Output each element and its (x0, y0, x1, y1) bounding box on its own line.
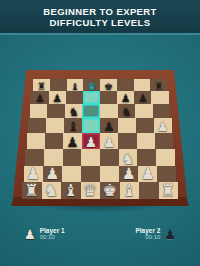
black-pawn[interactable]: ♟ (103, 121, 115, 133)
square-f4[interactable] (118, 133, 136, 149)
square-h7[interactable] (151, 91, 168, 104)
square-g4[interactable] (137, 133, 155, 149)
white-rook[interactable]: ♜ (161, 183, 176, 199)
square-f8[interactable] (117, 79, 134, 91)
black-rook[interactable]: ♜ (154, 82, 163, 92)
square-a6[interactable] (30, 104, 48, 118)
square-e7[interactable] (100, 91, 117, 104)
square-g8[interactable] (134, 79, 151, 91)
square-f5[interactable] (118, 118, 136, 133)
square-f1[interactable]: ♝ (120, 182, 140, 199)
square-d5[interactable] (82, 118, 100, 133)
black-pawn[interactable]: ♟ (138, 94, 148, 104)
banner-line-1: BEGINNER TO EXPERT (43, 6, 157, 17)
white-rook[interactable]: ♜ (24, 183, 39, 199)
square-a7[interactable]: ♟ (31, 91, 48, 104)
white-pawn[interactable]: ♟ (45, 167, 59, 182)
black-pawn[interactable]: ♟ (35, 94, 45, 104)
white-bishop[interactable]: ♝ (122, 183, 137, 199)
square-e3[interactable] (100, 149, 119, 166)
square-f7[interactable]: ♟ (117, 91, 134, 104)
difficulty-banner: BEGINNER TO EXPERT DIFFICULTY LEVELS (0, 0, 200, 35)
square-c3[interactable] (63, 149, 82, 166)
square-f6[interactable]: ♞ (118, 104, 136, 118)
banner-line-2: DIFFICULTY LEVELS (50, 17, 151, 28)
square-h2[interactable] (157, 166, 176, 182)
square-b6[interactable] (47, 104, 65, 118)
white-king[interactable]: ♚ (102, 183, 117, 199)
square-c5[interactable]: ♝ (64, 118, 82, 133)
white-bishop[interactable]: ♝ (63, 183, 78, 199)
square-c4[interactable]: ♟ (63, 133, 81, 149)
square-h1[interactable]: ♜ (159, 182, 179, 199)
white-pawn[interactable]: ♟ (157, 121, 169, 133)
white-pawn[interactable]: ♟ (141, 167, 155, 182)
black-pawn[interactable]: ♟ (121, 94, 131, 104)
square-b8[interactable] (50, 79, 67, 91)
player-1-name: Player 1 (40, 227, 65, 234)
square-d4[interactable]: ♟ (82, 133, 100, 149)
square-e5[interactable]: ♟ (100, 118, 118, 133)
player-2-name: Player 2 (135, 227, 160, 234)
square-c6[interactable]: ♞ (65, 104, 83, 118)
black-king[interactable]: ♚ (104, 82, 113, 92)
square-h3[interactable] (156, 149, 175, 166)
black-knight[interactable]: ♞ (68, 107, 79, 118)
square-e1[interactable]: ♚ (100, 182, 120, 199)
square-b5[interactable] (46, 118, 64, 133)
square-c8[interactable]: ♝ (67, 79, 84, 91)
black-pawn[interactable]: ♟ (52, 94, 62, 104)
white-pawn[interactable]: ♟ (85, 136, 97, 149)
white-pawn[interactable]: ♟ (26, 167, 40, 182)
square-d3[interactable] (81, 149, 100, 166)
player-2-info: Player 2 00:10 ♟ (135, 227, 176, 241)
chess-app-screen: BEGINNER TO EXPERT DIFFICULTY LEVELS ♜♝♛… (0, 0, 200, 266)
white-pawn[interactable]: ♟ (122, 167, 136, 182)
black-knight[interactable]: ♞ (121, 107, 132, 118)
black-bishop[interactable]: ♝ (67, 121, 79, 133)
square-c7[interactable] (66, 91, 83, 104)
black-queen[interactable]: ♛ (87, 82, 96, 92)
square-e4[interactable]: ♟ (100, 133, 118, 149)
player-2-clock: 00:10 (135, 234, 160, 241)
square-e6[interactable] (100, 104, 118, 118)
square-b7[interactable]: ♟ (49, 91, 66, 104)
black-bishop[interactable]: ♝ (70, 82, 79, 92)
white-pawn[interactable]: ♟ (103, 136, 115, 149)
square-a5[interactable] (28, 118, 46, 133)
black-pawn-icon: ♟ (164, 228, 176, 241)
black-pawn[interactable]: ♟ (66, 136, 78, 149)
black-rook[interactable]: ♜ (37, 82, 46, 92)
square-d6[interactable] (82, 104, 100, 118)
square-c2[interactable] (62, 166, 81, 182)
square-d8[interactable]: ♛ (83, 79, 100, 91)
square-g2[interactable]: ♟ (138, 166, 157, 182)
square-e2[interactable] (100, 166, 119, 182)
square-a8[interactable]: ♜ (33, 79, 50, 91)
square-g1[interactable] (139, 182, 159, 199)
square-g6[interactable] (135, 104, 153, 118)
square-a1[interactable]: ♜ (22, 182, 42, 199)
square-d2[interactable] (81, 166, 100, 182)
square-b2[interactable]: ♟ (43, 166, 62, 182)
square-e8[interactable]: ♚ (100, 79, 117, 91)
square-h4[interactable] (155, 133, 173, 149)
square-g5[interactable] (136, 118, 154, 133)
white-knight[interactable]: ♞ (44, 183, 59, 199)
square-a2[interactable]: ♟ (24, 166, 43, 182)
square-f2[interactable]: ♟ (119, 166, 138, 182)
square-h8[interactable]: ♜ (150, 79, 167, 91)
square-b1[interactable]: ♞ (42, 182, 62, 199)
player-1-info: ♟ Player 1 00:10 (24, 227, 65, 241)
white-pawn-icon: ♟ (24, 228, 36, 241)
white-queen[interactable]: ♛ (83, 183, 98, 199)
player-bar: ♟ Player 1 00:10 Player 2 00:10 ♟ (0, 221, 200, 247)
square-g7[interactable]: ♟ (134, 91, 151, 104)
player-1-clock: 00:10 (40, 234, 65, 241)
square-c1[interactable]: ♝ (61, 182, 81, 199)
square-d1[interactable]: ♛ (81, 182, 101, 199)
square-a4[interactable] (27, 133, 45, 149)
square-h6[interactable] (153, 104, 171, 118)
square-h5[interactable]: ♟ (154, 118, 172, 133)
square-b4[interactable] (45, 133, 63, 149)
square-d7[interactable] (83, 91, 100, 104)
